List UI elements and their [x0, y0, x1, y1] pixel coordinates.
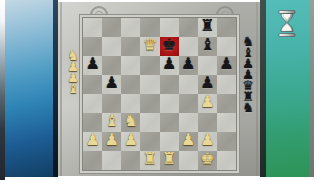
square-e6[interactable]: ♟ [160, 56, 179, 75]
square-d7[interactable]: ♛ [140, 37, 159, 56]
captured-white-pieces-tray: ♞♟♟♝ [64, 50, 82, 94]
piece-white-pawn-c2[interactable]: ♟ [124, 132, 138, 148]
captured-black-knight: ♞ [242, 101, 254, 114]
square-h5[interactable] [217, 75, 236, 94]
square-e4[interactable] [160, 94, 179, 113]
piece-white-pawn-b2[interactable]: ♟ [105, 132, 119, 148]
square-f6[interactable]: ♟ [179, 56, 198, 75]
piece-black-pawn-h6[interactable]: ♟ [219, 56, 233, 72]
square-c1[interactable] [121, 151, 140, 170]
square-f1[interactable] [179, 151, 198, 170]
square-b6[interactable] [102, 56, 121, 75]
square-c4[interactable] [121, 94, 140, 113]
piece-black-pawn-a6[interactable]: ♟ [85, 56, 99, 72]
square-b2[interactable]: ♟ [102, 132, 121, 151]
square-g5[interactable]: ♟ [198, 75, 217, 94]
square-h7[interactable] [217, 37, 236, 56]
piece-white-bishop-b3[interactable]: ♝ [105, 113, 119, 129]
square-g2[interactable]: ♟ [198, 132, 217, 151]
captured-white-knight: ♞ [67, 49, 79, 62]
square-h3[interactable] [217, 113, 236, 132]
piece-black-pawn-b5[interactable]: ♟ [105, 75, 119, 91]
frame-carving-left [90, 6, 108, 17]
piece-white-pawn-g4[interactable]: ♟ [200, 94, 214, 110]
frame-groove-left [60, 2, 62, 176]
square-h6[interactable]: ♟ [217, 56, 236, 75]
square-b3[interactable]: ♝ [102, 113, 121, 132]
square-d8[interactable] [140, 18, 159, 37]
left-background-band [5, 0, 53, 177]
square-f7[interactable] [179, 37, 198, 56]
square-e2[interactable] [160, 132, 179, 151]
piece-white-rook-d1[interactable]: ♜ [143, 151, 157, 167]
square-c5[interactable] [121, 75, 140, 94]
square-a7[interactable] [83, 37, 102, 56]
captured-black-queen: ♛ [242, 79, 254, 92]
captured-black-pieces-tray: ♞♝♟♟♛♜♞ [239, 36, 257, 113]
square-b5[interactable]: ♟ [102, 75, 121, 94]
square-e1[interactable]: ♜ [160, 151, 179, 170]
square-c6[interactable] [121, 56, 140, 75]
square-h4[interactable] [217, 94, 236, 113]
frame-carving-right [216, 6, 234, 17]
chess-board[interactable]: ♜♛♚♝♟♟♟♟♟♟♟♝♞♟♟♟♟♟♜♜♚ [83, 18, 236, 170]
piece-black-bishop-g7[interactable]: ♝ [200, 37, 214, 53]
square-f4[interactable] [179, 94, 198, 113]
captured-black-pawn: ♟ [242, 57, 254, 70]
square-b8[interactable] [102, 18, 121, 37]
square-h1[interactable] [217, 151, 236, 170]
square-a6[interactable]: ♟ [83, 56, 102, 75]
square-e7[interactable]: ♚ [160, 37, 179, 56]
square-c8[interactable] [121, 18, 140, 37]
square-a8[interactable] [83, 18, 102, 37]
square-e8[interactable] [160, 18, 179, 37]
square-d5[interactable] [140, 75, 159, 94]
square-a2[interactable]: ♟ [83, 132, 102, 151]
piece-black-pawn-g5[interactable]: ♟ [200, 75, 214, 91]
square-f2[interactable]: ♟ [179, 132, 198, 151]
square-g4[interactable]: ♟ [198, 94, 217, 113]
square-e3[interactable] [160, 113, 179, 132]
square-h2[interactable] [217, 132, 236, 151]
square-a5[interactable] [83, 75, 102, 94]
piece-white-rook-e1[interactable]: ♜ [162, 151, 176, 167]
square-g3[interactable] [198, 113, 217, 132]
square-h8[interactable] [217, 18, 236, 37]
square-c3[interactable]: ♞ [121, 113, 140, 132]
square-g8[interactable]: ♜ [198, 18, 217, 37]
square-d4[interactable] [140, 94, 159, 113]
square-e5[interactable] [160, 75, 179, 94]
square-g6[interactable] [198, 56, 217, 75]
square-d1[interactable]: ♜ [140, 151, 159, 170]
square-b1[interactable] [102, 151, 121, 170]
piece-white-pawn-g2[interactable]: ♟ [200, 132, 214, 148]
captured-white-bishop: ♝ [67, 82, 79, 95]
hourglass-icon [277, 10, 297, 37]
piece-white-queen-d7[interactable]: ♛ [143, 37, 157, 53]
captured-black-knight: ♞ [242, 35, 254, 48]
piece-white-knight-c3[interactable]: ♞ [124, 113, 138, 129]
piece-white-pawn-a2[interactable]: ♟ [85, 132, 99, 148]
square-a3[interactable] [83, 113, 102, 132]
square-b7[interactable] [102, 37, 121, 56]
square-b4[interactable] [102, 94, 121, 113]
square-a4[interactable] [83, 94, 102, 113]
square-d2[interactable] [140, 132, 159, 151]
square-g1[interactable]: ♚ [198, 151, 217, 170]
square-f3[interactable] [179, 113, 198, 132]
screen-right-edge [309, 0, 314, 177]
square-d6[interactable] [140, 56, 159, 75]
square-a1[interactable] [83, 151, 102, 170]
square-d3[interactable] [140, 113, 159, 132]
square-f5[interactable] [179, 75, 198, 94]
square-c7[interactable] [121, 37, 140, 56]
captured-black-pawn: ♟ [242, 68, 254, 81]
captured-black-bishop: ♝ [242, 46, 254, 59]
square-c2[interactable]: ♟ [121, 132, 140, 151]
piece-black-king-e7[interactable]: ♚ [162, 37, 176, 53]
piece-white-pawn-f2[interactable]: ♟ [181, 132, 195, 148]
piece-white-king-g1[interactable]: ♚ [200, 151, 214, 167]
square-g7[interactable]: ♝ [198, 37, 217, 56]
captured-black-rook: ♜ [242, 90, 254, 103]
captured-white-pawn: ♟ [67, 71, 79, 84]
square-f8[interactable] [179, 18, 198, 37]
piece-black-pawn-f6[interactable]: ♟ [181, 56, 195, 72]
captured-white-pawn: ♟ [67, 60, 79, 73]
piece-black-rook-g8[interactable]: ♜ [200, 18, 214, 34]
piece-black-pawn-e6[interactable]: ♟ [162, 56, 176, 72]
